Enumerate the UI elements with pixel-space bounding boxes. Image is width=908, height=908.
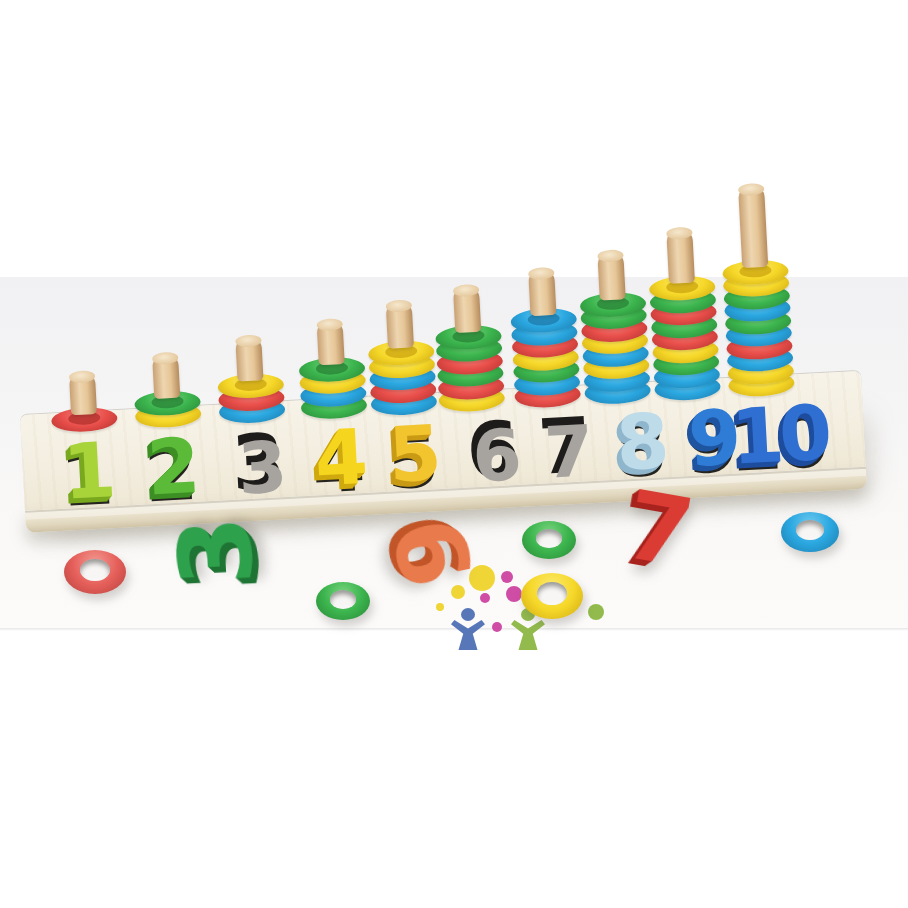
loose-ring-blue[interactable] [781,512,839,552]
loose-ring-green[interactable] [522,521,576,559]
ring-hole [537,582,567,605]
ring-hole [536,529,562,548]
loose-ring-pinkred[interactable] [64,550,126,594]
scene: 1122334455667788991010 367 [0,0,908,908]
ring-hole [330,590,356,609]
loose-number-3[interactable]: 3 [165,514,269,589]
ring-hole [796,520,824,540]
loose-ring-green[interactable] [316,582,370,620]
loose-ring-yellow[interactable] [521,573,583,619]
loose-number-7[interactable]: 7 [619,478,700,582]
loose-number-6[interactable]: 6 [376,510,484,595]
ring-hole [80,559,110,581]
pieces-layer: 367 [0,0,908,908]
